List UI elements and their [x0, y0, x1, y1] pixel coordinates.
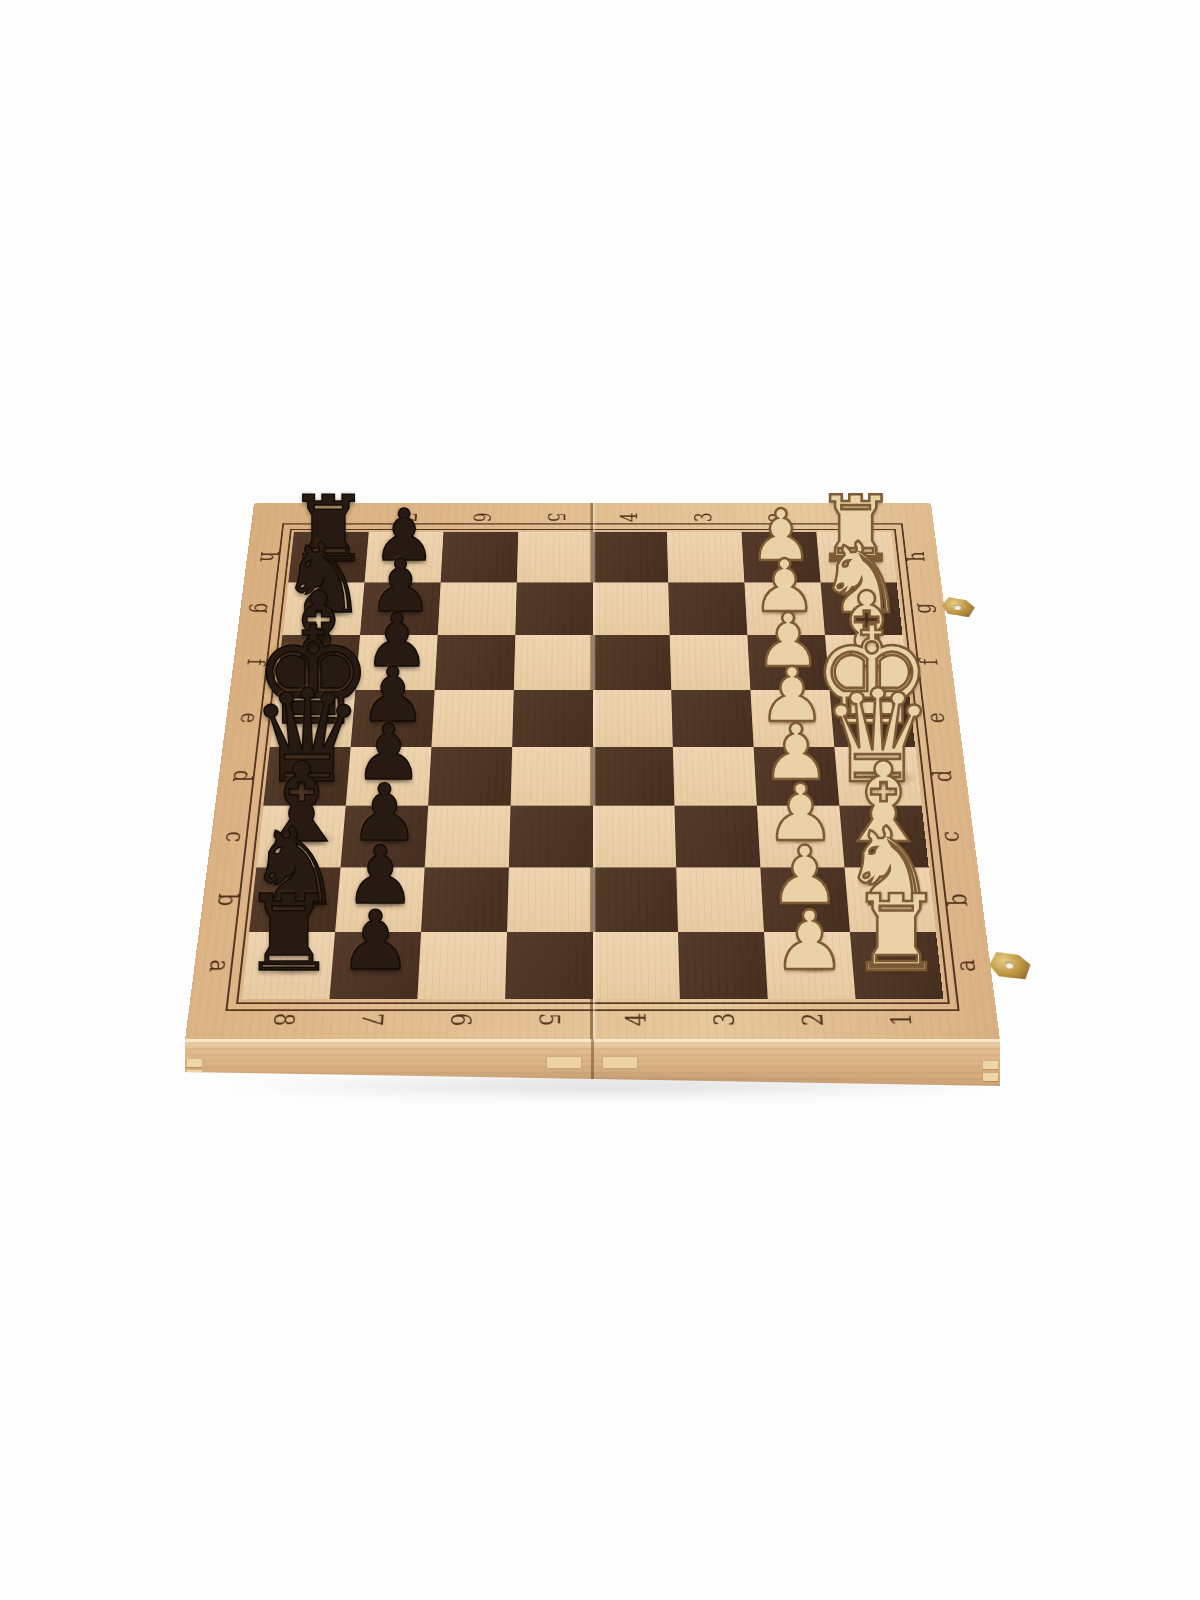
square-d5[interactable]: [510, 747, 592, 806]
rank-label-top-5: 5: [540, 505, 570, 529]
rank-label-bottom-6: 6: [441, 1002, 478, 1036]
rank-label-top-6: 6: [466, 505, 497, 529]
square-a6[interactable]: [417, 932, 507, 999]
hinge-plate: [603, 1057, 637, 1068]
square-b4[interactable]: [593, 868, 679, 932]
brass-latch: [941, 596, 976, 617]
square-e4[interactable]: [593, 690, 674, 747]
square-e6[interactable]: [431, 690, 513, 747]
brass-latch: [989, 952, 1031, 980]
rank-label-bottom-5: 5: [530, 1002, 566, 1036]
rank-label-bottom-3: 3: [706, 1002, 743, 1036]
black-rook-a8[interactable]: ♜: [236, 881, 341, 986]
square-b6[interactable]: [421, 868, 509, 932]
square-c6[interactable]: [424, 806, 510, 868]
hinge-plate: [547, 1057, 581, 1068]
rank-label-bottom-4: 4: [619, 1002, 655, 1036]
square-h3[interactable]: [667, 532, 744, 583]
photo-scene: 8877665544332211hhggffeeddccbbaa ♜♟♟♜♞♟♟…: [0, 0, 1200, 1600]
square-e3[interactable]: [672, 690, 754, 747]
square-h5[interactable]: [516, 532, 592, 583]
black-pawn-a7[interactable]: ♟: [335, 900, 417, 982]
rank-label-bottom-8: 8: [264, 1002, 303, 1036]
square-g5[interactable]: [515, 582, 593, 635]
fold-seam: [590, 503, 593, 1040]
square-c5[interactable]: [508, 806, 592, 868]
square-f3[interactable]: [670, 635, 751, 690]
square-g3[interactable]: [669, 582, 748, 635]
file-label-right-a: a: [947, 949, 986, 982]
rank-label-bottom-2: 2: [794, 1002, 832, 1036]
white-pawn-a2[interactable]: ♟: [768, 900, 850, 982]
square-f5[interactable]: [513, 635, 592, 690]
finger-joint: [983, 1061, 998, 1069]
finger-joint: [187, 1059, 202, 1067]
rank-label-top-4: 4: [614, 505, 644, 529]
rank-label-bottom-7: 7: [353, 1002, 391, 1036]
square-d4[interactable]: [593, 747, 675, 806]
square-a4[interactable]: [593, 932, 681, 999]
finger-joint: [187, 1070, 202, 1078]
square-f6[interactable]: [434, 635, 515, 690]
rank-label-top-3: 3: [688, 505, 719, 529]
square-d3[interactable]: [673, 747, 757, 806]
board-ground-shadow: [210, 1072, 1010, 1100]
file-label-left-a: a: [199, 949, 238, 982]
rank-label-bottom-1: 1: [882, 1002, 921, 1036]
square-h4[interactable]: [593, 532, 669, 583]
square-b3[interactable]: [677, 868, 765, 932]
square-b5[interactable]: [507, 868, 593, 932]
square-a3[interactable]: [678, 932, 768, 999]
square-f4[interactable]: [593, 635, 672, 690]
square-g6[interactable]: [437, 582, 516, 635]
square-c3[interactable]: [675, 806, 761, 868]
square-e5[interactable]: [512, 690, 593, 747]
square-h6[interactable]: [440, 532, 517, 583]
square-c4[interactable]: [593, 806, 677, 868]
square-g4[interactable]: [593, 582, 671, 635]
white-rook-a1[interactable]: ♜: [844, 881, 949, 986]
square-a5[interactable]: [505, 932, 593, 999]
square-d6[interactable]: [428, 747, 512, 806]
